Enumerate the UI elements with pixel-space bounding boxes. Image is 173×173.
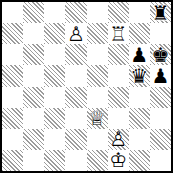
white-pawn-outline-icon: ♙	[65, 23, 86, 44]
square-d8[interactable]	[65, 2, 86, 23]
white-pawn-outline-icon: ♙	[108, 129, 129, 150]
square-b5[interactable]	[23, 65, 44, 86]
square-b6[interactable]	[23, 44, 44, 65]
square-a7[interactable]	[2, 23, 23, 44]
square-a8[interactable]	[2, 2, 23, 23]
square-b1[interactable]	[23, 150, 44, 171]
chess-diagram-page: { "game": "chess", "position": { "fen": …	[0, 0, 173, 173]
black-pawn-icon: ♟	[129, 44, 150, 65]
square-c8[interactable]	[44, 2, 65, 23]
piece-white-king-f1[interactable]: ♚♔	[108, 150, 129, 171]
square-e7[interactable]	[87, 23, 108, 44]
square-g8[interactable]	[129, 2, 150, 23]
square-h2[interactable]	[150, 129, 171, 150]
square-b2[interactable]	[23, 129, 44, 150]
square-h6[interactable]: ♚	[150, 44, 171, 65]
square-e3[interactable]: ♛♕	[87, 108, 108, 129]
black-queen-icon: ♛	[129, 65, 150, 86]
black-king-icon: ♚	[150, 44, 171, 65]
square-h8[interactable]: ♜	[150, 2, 171, 23]
square-c5[interactable]	[44, 65, 65, 86]
square-d1[interactable]	[65, 150, 86, 171]
chess-board: ♜♟♙♜♖♟♚♛♟♛♕♟♙♚♔	[0, 0, 173, 173]
square-c7[interactable]	[44, 23, 65, 44]
square-c6[interactable]	[44, 44, 65, 65]
piece-black-rook-h8[interactable]: ♜	[150, 2, 171, 23]
white-king-outline-icon: ♔	[108, 150, 129, 171]
square-e1[interactable]	[87, 150, 108, 171]
square-e5[interactable]	[87, 65, 108, 86]
square-f4[interactable]	[108, 87, 129, 108]
square-a3[interactable]	[2, 108, 23, 129]
square-d3[interactable]	[65, 108, 86, 129]
piece-white-pawn-f2[interactable]: ♟♙	[108, 129, 129, 150]
square-g5[interactable]: ♛	[129, 65, 150, 86]
piece-black-pawn-h5[interactable]: ♟	[150, 65, 171, 86]
white-rook-outline-icon: ♖	[108, 23, 129, 44]
square-g6[interactable]: ♟	[129, 44, 150, 65]
piece-white-queen-e3[interactable]: ♛♕	[87, 108, 108, 129]
piece-white-pawn-d7[interactable]: ♟♙	[65, 23, 86, 44]
square-g7[interactable]	[129, 23, 150, 44]
square-d7[interactable]: ♟♙	[65, 23, 86, 44]
square-g3[interactable]	[129, 108, 150, 129]
square-f8[interactable]	[108, 2, 129, 23]
square-a1[interactable]	[2, 150, 23, 171]
square-f5[interactable]	[108, 65, 129, 86]
square-a5[interactable]	[2, 65, 23, 86]
square-h7[interactable]	[150, 23, 171, 44]
square-g4[interactable]	[129, 87, 150, 108]
square-a6[interactable]	[2, 44, 23, 65]
square-b7[interactable]	[23, 23, 44, 44]
square-h1[interactable]	[150, 150, 171, 171]
square-f2[interactable]: ♟♙	[108, 129, 129, 150]
square-d2[interactable]	[65, 129, 86, 150]
black-rook-icon: ♜	[150, 2, 171, 23]
square-b8[interactable]	[23, 2, 44, 23]
square-f7[interactable]: ♜♖	[108, 23, 129, 44]
square-e6[interactable]	[87, 44, 108, 65]
square-d6[interactable]	[65, 44, 86, 65]
square-b4[interactable]	[23, 87, 44, 108]
square-a4[interactable]	[2, 87, 23, 108]
white-queen-outline-icon: ♕	[87, 108, 108, 129]
square-c1[interactable]	[44, 150, 65, 171]
square-e2[interactable]	[87, 129, 108, 150]
square-g1[interactable]	[129, 150, 150, 171]
square-c2[interactable]	[44, 129, 65, 150]
square-e8[interactable]	[87, 2, 108, 23]
square-d5[interactable]	[65, 65, 86, 86]
piece-black-king-h6[interactable]: ♚	[150, 44, 171, 65]
piece-black-queen-g5[interactable]: ♛	[129, 65, 150, 86]
square-f3[interactable]	[108, 108, 129, 129]
square-h4[interactable]	[150, 87, 171, 108]
square-e4[interactable]	[87, 87, 108, 108]
square-c4[interactable]	[44, 87, 65, 108]
square-a2[interactable]	[2, 129, 23, 150]
square-g2[interactable]	[129, 129, 150, 150]
square-h3[interactable]	[150, 108, 171, 129]
square-b3[interactable]	[23, 108, 44, 129]
square-c3[interactable]	[44, 108, 65, 129]
piece-black-pawn-g6[interactable]: ♟	[129, 44, 150, 65]
piece-white-rook-f7[interactable]: ♜♖	[108, 23, 129, 44]
square-d4[interactable]	[65, 87, 86, 108]
square-f6[interactable]	[108, 44, 129, 65]
black-pawn-icon: ♟	[150, 65, 171, 86]
square-f1[interactable]: ♚♔	[108, 150, 129, 171]
square-h5[interactable]: ♟	[150, 65, 171, 86]
